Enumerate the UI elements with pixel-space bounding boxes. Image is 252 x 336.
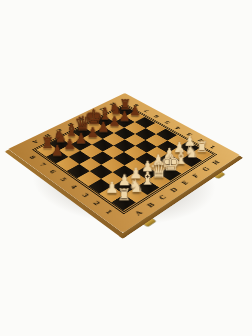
rank-label: 8 bbox=[22, 151, 43, 164]
rank-label: 4 bbox=[62, 180, 85, 194]
piece-glyph: ♟ bbox=[129, 104, 141, 117]
chess-board: ♜♞♝♛♚♝♞♜♟♟♟♟♟♟♟♟♟♟♟♟♟♟♟♟♜♞♝♛♚♝♞♜ ABCDEFG… bbox=[8, 93, 240, 233]
file-label: A bbox=[126, 205, 150, 221]
piece-glyph: ♟ bbox=[63, 137, 76, 151]
rank-label: 5 bbox=[52, 173, 74, 187]
chess-set-photo: ♜♞♝♛♚♝♞♜♟♟♟♟♟♟♟♟♟♟♟♟♟♟♟♟♜♞♝♛♚♝♞♜ ABCDEFG… bbox=[0, 0, 252, 336]
file-label: B bbox=[139, 197, 162, 212]
file-label: G bbox=[195, 162, 216, 175]
piece-glyph: ♟ bbox=[98, 120, 110, 133]
file-label: F bbox=[184, 169, 206, 183]
rank-label: 6 bbox=[41, 165, 63, 178]
piece-glyph: ♟ bbox=[87, 125, 99, 139]
piece-glyph: ♟ bbox=[109, 114, 121, 127]
piece-glyph: ♟ bbox=[75, 131, 87, 145]
rank-label: 3 bbox=[73, 188, 96, 203]
file-label: C bbox=[151, 190, 174, 205]
rank-label: 7 bbox=[31, 158, 53, 171]
perspective-stage: ♜♞♝♛♚♝♞♜♟♟♟♟♟♟♟♟♟♟♟♟♟♟♟♟♜♞♝♛♚♝♞♜ ABCDEFG… bbox=[0, 0, 252, 336]
file-label: D bbox=[162, 183, 185, 197]
piece-glyph: ♟ bbox=[51, 143, 64, 157]
piece-glyph: ♜ bbox=[117, 187, 132, 203]
brass-clasp-icon bbox=[141, 216, 156, 226]
file-label: E bbox=[173, 176, 195, 190]
brass-clasp-icon bbox=[212, 170, 225, 178]
rank-label: 2 bbox=[84, 196, 107, 211]
board-grid: ♜♞♝♛♚♝♞♜♟♟♟♟♟♟♟♟♟♟♟♟♟♟♟♟♜♞♝♛♚♝♞♜ bbox=[36, 106, 211, 211]
file-label: H bbox=[205, 156, 226, 169]
